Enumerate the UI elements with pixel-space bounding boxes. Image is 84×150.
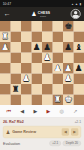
- app-logo: ♟ CHESS · COM ·: [31, 10, 50, 17]
- square-e4[interactable]: [42, 63, 52, 73]
- square-c7[interactable]: [21, 31, 31, 41]
- signal-icon: ▴: [72, 2, 74, 5]
- square-c8[interactable]: [21, 21, 31, 31]
- white-pawn-f4: ♟: [54, 64, 62, 73]
- square-e5[interactable]: ♟: [42, 52, 52, 62]
- square-h7[interactable]: [73, 31, 83, 41]
- square-h8[interactable]: [73, 21, 83, 31]
- square-a1[interactable]: [0, 94, 10, 104]
- square-d5[interactable]: [31, 52, 41, 62]
- stats-label: Evaluation: [3, 141, 20, 145]
- square-b8[interactable]: [10, 21, 20, 31]
- square-c3[interactable]: ♟: [21, 73, 31, 83]
- square-d6[interactable]: ♟: [31, 42, 41, 52]
- eval-text: +2.1: [74, 120, 81, 124]
- square-g5[interactable]: [63, 52, 73, 62]
- chess-board[interactable]: ♚♜♟♟♟♟♝♟♟♟♟♟♟♜♜♚: [0, 21, 84, 105]
- move-controls-toolbar: ⏮◀▶▶◎↗: [0, 105, 84, 117]
- analysis-panel: 26. Ra7 Rb2 +2.1 ♟ Game Review ◀ ▶ Evalu…: [0, 117, 84, 150]
- square-e8[interactable]: [42, 21, 52, 31]
- white-pawn-e5: ♟: [43, 53, 51, 62]
- square-h5[interactable]: [73, 52, 83, 62]
- square-b5[interactable]: [10, 52, 20, 62]
- square-c1[interactable]: [21, 94, 31, 104]
- black-bishop-h6: ♝: [75, 43, 83, 52]
- square-g8[interactable]: ♚: [63, 21, 73, 31]
- square-f8[interactable]: [52, 21, 62, 31]
- square-g7[interactable]: [63, 31, 73, 41]
- square-e2[interactable]: [42, 84, 52, 94]
- square-g4[interactable]: ♟: [63, 63, 73, 73]
- square-a8[interactable]: [0, 21, 10, 31]
- square-h1[interactable]: [73, 94, 83, 104]
- share-button[interactable]: ↗: [73, 108, 77, 113]
- square-a3[interactable]: [0, 73, 10, 83]
- square-f2[interactable]: [52, 84, 62, 94]
- review-pawn-icon: ♟: [6, 129, 10, 135]
- square-f3[interactable]: [52, 73, 62, 83]
- square-a5[interactable]: [0, 52, 10, 62]
- review-next-button[interactable]: ▶: [71, 128, 78, 135]
- black-pawn-g6: ♟: [64, 43, 72, 52]
- square-c2[interactable]: [21, 84, 31, 94]
- black-king-g8: ♚: [64, 22, 72, 31]
- square-d8[interactable]: [31, 21, 41, 31]
- back-button[interactable]: ←: [3, 10, 10, 17]
- square-h2[interactable]: [73, 84, 83, 94]
- square-d1[interactable]: [31, 94, 41, 104]
- skip-to-start-button[interactable]: ⏮: [7, 108, 12, 113]
- square-b3[interactable]: [10, 73, 20, 83]
- square-e7[interactable]: [42, 31, 52, 41]
- hint-button[interactable]: ◎: [60, 108, 64, 113]
- square-f7[interactable]: [52, 31, 62, 41]
- square-f4[interactable]: ♟: [52, 63, 62, 73]
- square-h4[interactable]: ♟: [73, 63, 83, 73]
- square-c4[interactable]: [21, 63, 31, 73]
- step-forward-button[interactable]: ▶: [33, 108, 37, 113]
- black-rook-b2: ♜: [12, 85, 20, 94]
- black-pawn-d6: ♟: [33, 43, 41, 52]
- square-b1[interactable]: [10, 94, 20, 104]
- pawn-logo-icon: ♟: [31, 10, 36, 17]
- square-g3[interactable]: ♟: [63, 73, 73, 83]
- square-e1[interactable]: [42, 94, 52, 104]
- avatar-body-icon: [72, 15, 79, 19]
- status-bar: 10:47 ▴ ▲ ▮: [0, 0, 84, 7]
- square-b6[interactable]: [10, 42, 20, 52]
- square-g1[interactable]: ♚: [63, 94, 73, 104]
- move-annotation-text: 26. Ra7 Rb2: [3, 120, 24, 124]
- white-rook-a7: ♜: [1, 32, 9, 41]
- depth-pill: Depth 20: [63, 141, 81, 146]
- square-e6[interactable]: ♟: [42, 42, 52, 52]
- eval-pill: +2.1: [49, 141, 61, 146]
- white-pawn-g3: ♟: [64, 74, 72, 83]
- white-pawn-g4: ♟: [64, 64, 72, 73]
- square-b2[interactable]: ♜: [10, 84, 20, 94]
- square-h6[interactable]: ♝: [73, 42, 83, 52]
- wifi-icon: ▲: [75, 2, 78, 5]
- square-f1[interactable]: ♜: [52, 94, 62, 104]
- square-b4[interactable]: [10, 63, 20, 73]
- game-review-banner[interactable]: ♟ Game Review ◀ ▶: [3, 126, 81, 138]
- status-time: 10:47: [3, 2, 11, 6]
- play-button[interactable]: ▶: [47, 108, 51, 113]
- square-f6[interactable]: [52, 42, 62, 52]
- review-label: Game Review: [12, 130, 60, 134]
- square-d4[interactable]: [31, 63, 41, 73]
- battery-icon: ▮: [80, 2, 82, 5]
- review-prev-button[interactable]: ◀: [62, 128, 69, 135]
- white-king-g1: ♚: [64, 95, 72, 104]
- square-d3[interactable]: [31, 73, 41, 83]
- white-pawn-a6: ♟: [1, 43, 9, 52]
- square-a2[interactable]: [0, 84, 10, 94]
- square-a6[interactable]: ♟: [0, 42, 10, 52]
- square-c5[interactable]: [21, 52, 31, 62]
- square-g6[interactable]: ♟: [63, 42, 73, 52]
- profile-avatar[interactable]: [71, 9, 81, 19]
- white-pawn-c3: ♟: [22, 74, 30, 83]
- black-pawn-h4: ♟: [75, 64, 83, 73]
- square-f5[interactable]: [52, 52, 62, 62]
- logo-text-bottom: · COM ·: [38, 14, 50, 16]
- app-screen: 10:47 ▴ ▲ ▮ ← ♟ CHESS · COM · ♚♜♟♟♟♟♝♟♟♟…: [0, 0, 84, 150]
- square-a4[interactable]: [0, 63, 10, 73]
- square-h3[interactable]: [73, 73, 83, 83]
- square-d7[interactable]: [31, 31, 41, 41]
- square-d2[interactable]: [31, 84, 41, 94]
- white-rook-f1: ♜: [54, 95, 62, 104]
- square-b7[interactable]: [10, 31, 20, 41]
- square-g2[interactable]: [63, 84, 73, 94]
- step-back-button[interactable]: ◀: [20, 108, 24, 113]
- square-a7[interactable]: ♜: [0, 31, 10, 41]
- black-pawn-e6: ♟: [43, 43, 51, 52]
- square-c6[interactable]: [21, 42, 31, 52]
- nav-bar: ← ♟ CHESS · COM ·: [0, 7, 84, 21]
- square-e3[interactable]: [42, 73, 52, 83]
